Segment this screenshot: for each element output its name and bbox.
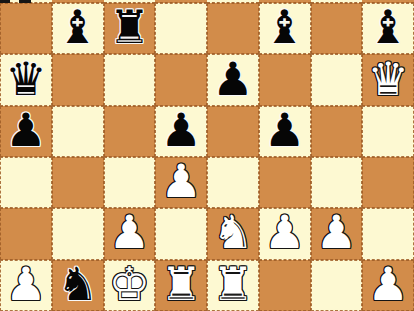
- square-d2[interactable]: ♜: [155, 260, 207, 311]
- square-b6[interactable]: [52, 54, 104, 105]
- cropped-piece-fragment: [19, 0, 31, 3]
- square-f6[interactable]: [259, 54, 311, 105]
- black-rook: ♜: [109, 2, 150, 53]
- square-b2[interactable]: ♞: [52, 260, 104, 311]
- square-c3[interactable]: ♟: [104, 208, 156, 259]
- chess-board-grid: ♝♜♝♝♛♟♛♟♟♟♟♟♞♟♟♟♞♚♜♜♟: [0, 3, 414, 311]
- square-c6[interactable]: [104, 54, 156, 105]
- square-g7[interactable]: [311, 3, 363, 54]
- square-g6[interactable]: [311, 54, 363, 105]
- square-b4[interactable]: [52, 157, 104, 208]
- black-bishop: ♝: [57, 2, 98, 53]
- black-bishop: ♝: [368, 2, 409, 53]
- black-pawn: ♟: [161, 105, 202, 156]
- black-pawn: ♟: [264, 105, 305, 156]
- square-f4[interactable]: [259, 157, 311, 208]
- black-pawn: ♟: [212, 54, 253, 105]
- square-h6[interactable]: ♛: [362, 54, 414, 105]
- black-queen: ♛: [5, 54, 46, 105]
- square-e4[interactable]: [207, 157, 259, 208]
- square-g2[interactable]: [311, 260, 363, 311]
- square-d5[interactable]: ♟: [155, 106, 207, 157]
- square-e6[interactable]: ♟: [207, 54, 259, 105]
- white-pawn: ♟: [264, 207, 305, 258]
- square-f2[interactable]: [259, 260, 311, 311]
- white-queen: ♛: [368, 54, 409, 105]
- black-pawn: ♟: [5, 105, 46, 156]
- white-pawn: ♟: [368, 259, 409, 310]
- square-h2[interactable]: ♟: [362, 260, 414, 311]
- white-pawn: ♟: [316, 207, 357, 258]
- square-d4[interactable]: ♟: [155, 157, 207, 208]
- square-d3[interactable]: [155, 208, 207, 259]
- square-c5[interactable]: [104, 106, 156, 157]
- square-a3[interactable]: [0, 208, 52, 259]
- square-h3[interactable]: [362, 208, 414, 259]
- cropped-piece-fragment: [0, 0, 10, 3]
- white-rook: ♜: [161, 259, 202, 310]
- square-a6[interactable]: ♛: [0, 54, 52, 105]
- square-a5[interactable]: ♟: [0, 106, 52, 157]
- square-g5[interactable]: [311, 106, 363, 157]
- square-a4[interactable]: [0, 157, 52, 208]
- square-f7[interactable]: ♝: [259, 3, 311, 54]
- square-f3[interactable]: ♟: [259, 208, 311, 259]
- white-pawn: ♟: [161, 156, 202, 207]
- square-d6[interactable]: [155, 54, 207, 105]
- chess-board: ♝♜♝♝♛♟♛♟♟♟♟♟♞♟♟♟♞♚♜♜♟: [0, 0, 414, 311]
- square-c7[interactable]: ♜: [104, 3, 156, 54]
- square-c2[interactable]: ♚: [104, 260, 156, 311]
- black-knight: ♞: [57, 259, 98, 310]
- square-h4[interactable]: [362, 157, 414, 208]
- black-bishop: ♝: [264, 2, 305, 53]
- white-knight: ♞: [212, 207, 253, 258]
- square-b5[interactable]: [52, 106, 104, 157]
- square-b3[interactable]: [52, 208, 104, 259]
- white-king: ♚: [109, 259, 150, 310]
- square-g4[interactable]: [311, 157, 363, 208]
- square-h5[interactable]: [362, 106, 414, 157]
- square-e2[interactable]: ♜: [207, 260, 259, 311]
- square-a2[interactable]: ♟: [0, 260, 52, 311]
- square-a7[interactable]: [0, 3, 52, 54]
- square-e7[interactable]: [207, 3, 259, 54]
- square-g3[interactable]: ♟: [311, 208, 363, 259]
- white-pawn: ♟: [5, 259, 46, 310]
- square-d7[interactable]: [155, 3, 207, 54]
- white-pawn: ♟: [109, 207, 150, 258]
- square-c4[interactable]: [104, 157, 156, 208]
- square-f5[interactable]: ♟: [259, 106, 311, 157]
- square-e3[interactable]: ♞: [207, 208, 259, 259]
- square-h7[interactable]: ♝: [362, 3, 414, 54]
- square-e5[interactable]: [207, 106, 259, 157]
- white-rook: ♜: [212, 259, 253, 310]
- square-b7[interactable]: ♝: [52, 3, 104, 54]
